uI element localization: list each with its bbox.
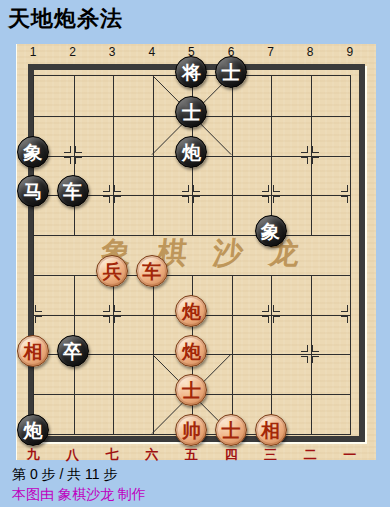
file-label-bottom: 二 [304,446,317,464]
grid-cell [232,354,272,394]
page-title: 天地炮杀法 [8,4,123,34]
grid-cell [113,354,153,394]
file-label-bottom: 三 [264,446,277,464]
grid-cell [34,235,74,275]
piece-black-elephant[interactable]: 象 [17,136,49,168]
piece-black-advisor[interactable]: 士 [175,96,207,128]
xiangqi-board: 123456789 象棋沙龙 将士士象炮马车象兵车炮相卒炮士炮帅士相 九八七六五… [16,44,376,460]
river-watermark: 象棋沙龙 [99,233,327,273]
grid-cell [232,116,272,156]
point-marker [262,305,280,323]
file-label-top: 7 [267,45,274,59]
file-label-top: 1 [30,45,37,59]
grid-cell [311,394,351,434]
page: 天地炮杀法 123456789 象棋沙龙 将士士象炮马车象兵车炮相卒炮士炮帅士相… [0,0,390,507]
piece-black-pawn[interactable]: 卒 [57,335,89,367]
piece-black-chariot[interactable]: 车 [57,175,89,207]
grid-cell [113,76,153,116]
file-label-bottom: 六 [145,446,158,464]
piece-red-cannon[interactable]: 炮 [175,335,207,367]
file-label-top: 9 [346,45,353,59]
piece-red-elephant[interactable]: 相 [255,414,287,446]
file-label-top: 2 [69,45,76,59]
file-label-bottom: 九 [27,446,40,464]
file-label-bottom: 五 [185,446,198,464]
point-marker [24,305,42,323]
grid-cell [74,394,114,434]
file-label-top: 3 [109,45,116,59]
piece-black-elephant[interactable]: 象 [255,215,287,247]
piece-red-chariot[interactable]: 车 [136,255,168,287]
file-label-bottom: 四 [225,446,238,464]
file-label-bottom: 八 [66,446,79,464]
point-marker [341,305,359,323]
piece-black-advisor[interactable]: 士 [215,56,247,88]
status-line: 第 0 步 / 共 11 步 [12,466,118,484]
file-label-top: 4 [148,45,155,59]
point-marker [103,185,121,203]
grid-cell [74,76,114,116]
file-label-bottom: 七 [106,446,119,464]
point-marker [262,185,280,203]
grid-cell [311,76,351,116]
grid-cell [113,394,153,434]
piece-black-cannon[interactable]: 炮 [17,414,49,446]
file-label-top: 8 [307,45,314,59]
piece-red-advisor[interactable]: 士 [215,414,247,446]
point-marker [182,185,200,203]
credit-line: 本图由 象棋沙龙 制作 [12,486,146,504]
piece-red-pawn[interactable]: 兵 [96,255,128,287]
point-marker [64,146,82,164]
grid-cell [113,116,153,156]
point-marker [301,146,319,164]
point-marker [103,305,121,323]
grid-cell [34,76,74,116]
point-marker [301,345,319,363]
grid-cell [271,76,311,116]
piece-red-elephant[interactable]: 相 [17,335,49,367]
file-label-bottom: 一 [343,446,356,464]
point-marker [341,185,359,203]
piece-black-cannon[interactable]: 炮 [175,136,207,168]
piece-red-cannon[interactable]: 炮 [175,295,207,327]
